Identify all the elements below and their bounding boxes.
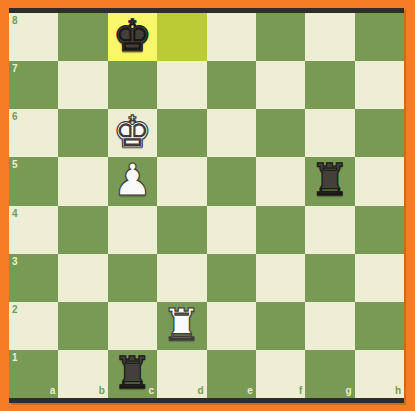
square-c3[interactable] [108,254,157,302]
square-h6[interactable] [355,109,404,157]
square-h8[interactable] [355,13,404,61]
square-e2[interactable] [207,302,256,350]
square-e3[interactable] [207,254,256,302]
square-f4[interactable] [256,206,305,254]
square-h2[interactable] [355,302,404,350]
square-d2[interactable]: ♜ [157,302,206,350]
white-pawn[interactable]: ♟ [113,158,152,202]
square-f7[interactable] [256,61,305,109]
square-f5[interactable] [256,157,305,205]
square-h4[interactable] [355,206,404,254]
square-b2[interactable] [58,302,107,350]
rank-label-8: 8 [12,16,18,26]
square-g4[interactable] [305,206,354,254]
square-f1[interactable]: f [256,350,305,398]
square-g7[interactable] [305,61,354,109]
board-grid: 8♚76♚5♟♜432♜1abc♜defgh [9,13,404,398]
square-a4[interactable]: 4 [9,206,58,254]
square-f8[interactable] [256,13,305,61]
file-label-h: h [395,386,401,396]
square-g1[interactable]: g [305,350,354,398]
square-f3[interactable] [256,254,305,302]
square-b4[interactable] [58,206,107,254]
square-e4[interactable] [207,206,256,254]
square-g5[interactable]: ♜ [305,157,354,205]
square-c2[interactable] [108,302,157,350]
square-d1[interactable]: d [157,350,206,398]
square-a7[interactable]: 7 [9,61,58,109]
square-c7[interactable] [108,61,157,109]
square-c1[interactable]: c♜ [108,350,157,398]
square-c5[interactable]: ♟ [108,157,157,205]
square-h3[interactable] [355,254,404,302]
square-e1[interactable]: e [207,350,256,398]
black-king[interactable]: ♚ [113,14,152,58]
square-a5[interactable]: 5 [9,157,58,205]
square-d5[interactable] [157,157,206,205]
square-e5[interactable] [207,157,256,205]
square-b7[interactable] [58,61,107,109]
square-g3[interactable] [305,254,354,302]
black-rook[interactable]: ♜ [113,351,152,395]
rank-label-1: 1 [12,353,18,363]
square-g2[interactable] [305,302,354,350]
white-rook[interactable]: ♜ [162,303,201,347]
rank-label-2: 2 [12,305,18,315]
square-a8[interactable]: 8 [9,13,58,61]
black-rook[interactable]: ♜ [310,158,349,202]
rank-label-6: 6 [12,112,18,122]
square-d3[interactable] [157,254,206,302]
square-h7[interactable] [355,61,404,109]
white-king[interactable]: ♚ [113,110,152,154]
square-g6[interactable] [305,109,354,157]
square-c4[interactable] [108,206,157,254]
chess-board: 8♚76♚5♟♜432♜1abc♜defgh [9,8,404,403]
square-d8[interactable] [157,13,206,61]
square-f6[interactable] [256,109,305,157]
square-b6[interactable] [58,109,107,157]
board-edge-bottom [9,398,404,403]
square-c8[interactable]: ♚ [108,13,157,61]
square-b5[interactable] [58,157,107,205]
square-e6[interactable] [207,109,256,157]
square-a3[interactable]: 3 [9,254,58,302]
board-frame: 8♚76♚5♟♜432♜1abc♜defgh [0,0,415,411]
file-label-a: a [50,386,56,396]
file-label-f: f [299,386,302,396]
square-f2[interactable] [256,302,305,350]
square-a2[interactable]: 2 [9,302,58,350]
square-a6[interactable]: 6 [9,109,58,157]
file-label-d: d [197,386,203,396]
square-d4[interactable] [157,206,206,254]
rank-label-3: 3 [12,257,18,267]
square-c6[interactable]: ♚ [108,109,157,157]
square-d6[interactable] [157,109,206,157]
rank-label-5: 5 [12,160,18,170]
square-a1[interactable]: 1a [9,350,58,398]
square-b1[interactable]: b [58,350,107,398]
square-e7[interactable] [207,61,256,109]
square-b8[interactable] [58,13,107,61]
rank-label-4: 4 [12,209,18,219]
file-label-g: g [346,386,352,396]
square-e8[interactable] [207,13,256,61]
rank-label-7: 7 [12,64,18,74]
file-label-e: e [247,386,253,396]
file-label-b: b [99,386,105,396]
square-g8[interactable] [305,13,354,61]
square-d7[interactable] [157,61,206,109]
square-b3[interactable] [58,254,107,302]
square-h5[interactable] [355,157,404,205]
square-h1[interactable]: h [355,350,404,398]
